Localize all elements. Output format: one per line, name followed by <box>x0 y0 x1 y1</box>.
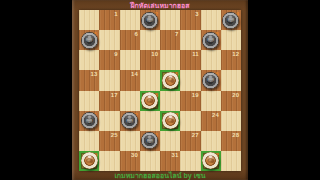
square-4[interactable]: 4⛂ <box>221 10 241 30</box>
square-number: 10 <box>151 51 158 57</box>
square-number: 14 <box>131 71 138 77</box>
square-number: 27 <box>192 132 199 138</box>
square-number: 19 <box>192 92 199 98</box>
square-26[interactable]: 26⛂ <box>140 131 160 151</box>
square-5[interactable]: 5⛂ <box>79 30 99 50</box>
white-man-square-23[interactable]: ⛀ <box>162 112 179 129</box>
square-6[interactable]: 6 <box>120 30 140 50</box>
square-number: 17 <box>111 92 118 98</box>
square-8[interactable]: 8⛂ <box>201 30 221 50</box>
square-32[interactable]: 32⛀ <box>201 151 221 171</box>
board: 12⛂34⛂5⛂678⛂9101112131415⛀16⛂1718⛀192021… <box>79 10 241 171</box>
square-29[interactable]: 29⛀ <box>79 151 99 171</box>
square-24[interactable]: 24 <box>201 111 221 131</box>
black-man-square-21[interactable]: ⛂ <box>81 112 98 129</box>
light-square <box>221 70 241 90</box>
light-square <box>160 10 180 30</box>
square-2[interactable]: 2⛂ <box>140 10 160 30</box>
light-square <box>99 70 119 90</box>
square-number: 6 <box>134 31 137 37</box>
square-number: 20 <box>232 92 239 98</box>
square-18[interactable]: 18⛀ <box>140 91 160 111</box>
square-23[interactable]: 23⛀ <box>160 111 180 131</box>
light-square <box>221 30 241 50</box>
square-11[interactable]: 11 <box>180 50 200 70</box>
square-3[interactable]: 3 <box>180 10 200 30</box>
square-27[interactable]: 27 <box>180 131 200 151</box>
square-7[interactable]: 7 <box>160 30 180 50</box>
light-square <box>120 131 140 151</box>
white-man-square-18[interactable]: ⛀ <box>141 92 158 109</box>
white-man-square-32[interactable]: ⛀ <box>202 152 219 169</box>
black-man-square-2[interactable]: ⛂ <box>141 12 158 29</box>
light-square <box>79 131 99 151</box>
light-square <box>140 30 160 50</box>
page-title: ฝึกหัดเล่นหมากฮอส <box>72 1 248 10</box>
light-square <box>120 10 140 30</box>
square-number: 31 <box>172 152 179 158</box>
light-square <box>140 151 160 171</box>
square-30[interactable]: 30 <box>120 151 140 171</box>
square-9[interactable]: 9 <box>99 50 119 70</box>
black-man-square-4[interactable]: ⛂ <box>222 12 239 29</box>
light-square <box>140 111 160 131</box>
light-square <box>201 50 221 70</box>
light-square <box>221 111 241 131</box>
light-square <box>221 151 241 171</box>
square-20[interactable]: 20 <box>221 91 241 111</box>
light-square <box>160 50 180 70</box>
square-13[interactable]: 13 <box>79 70 99 90</box>
board-wood-frame: ฝึกหัดเล่นหมากฮอส 12⛂34⛂5⛂678⛂9101112131… <box>72 0 248 180</box>
light-square <box>79 91 99 111</box>
square-number: 3 <box>195 11 198 17</box>
square-number: 24 <box>212 112 219 118</box>
credit-text: เกมหมากฮอสออนไลน์ by เซน <box>72 171 248 180</box>
light-square <box>201 91 221 111</box>
light-square <box>99 30 119 50</box>
white-man-square-15[interactable]: ⛀ <box>162 72 179 89</box>
square-number: 25 <box>111 132 118 138</box>
square-10[interactable]: 10 <box>140 50 160 70</box>
square-17[interactable]: 17 <box>99 91 119 111</box>
light-square <box>120 50 140 70</box>
square-number: 7 <box>175 31 178 37</box>
black-man-square-22[interactable]: ⛂ <box>121 112 138 129</box>
light-square <box>201 10 221 30</box>
light-square <box>120 91 140 111</box>
light-square <box>180 70 200 90</box>
square-1[interactable]: 1 <box>99 10 119 30</box>
black-man-square-8[interactable]: ⛂ <box>202 32 219 49</box>
square-25[interactable]: 25 <box>99 131 119 151</box>
square-number: 30 <box>131 152 138 158</box>
light-square <box>99 111 119 131</box>
square-31[interactable]: 31 <box>160 151 180 171</box>
light-square <box>79 10 99 30</box>
light-square <box>79 50 99 70</box>
square-16[interactable]: 16⛂ <box>201 70 221 90</box>
black-man-square-5[interactable]: ⛂ <box>81 32 98 49</box>
square-number: 12 <box>232 51 239 57</box>
square-19[interactable]: 19 <box>180 91 200 111</box>
square-number: 1 <box>114 11 117 17</box>
square-14[interactable]: 14 <box>120 70 140 90</box>
square-number: 28 <box>232 132 239 138</box>
square-number: 9 <box>114 51 117 57</box>
light-square <box>160 131 180 151</box>
square-28[interactable]: 28 <box>221 131 241 151</box>
square-number: 11 <box>192 51 198 57</box>
video-frame: ฝึกหัดเล่นหมากฮอส 12⛂34⛂5⛂678⛂9101112131… <box>0 0 320 180</box>
light-square <box>201 131 221 151</box>
light-square <box>180 30 200 50</box>
light-square <box>140 70 160 90</box>
black-man-square-16[interactable]: ⛂ <box>202 72 219 89</box>
white-man-square-29[interactable]: ⛀ <box>81 152 98 169</box>
square-21[interactable]: 21⛂ <box>79 111 99 131</box>
square-12[interactable]: 12 <box>221 50 241 70</box>
light-square <box>180 111 200 131</box>
light-square <box>99 151 119 171</box>
square-15[interactable]: 15⛀ <box>160 70 180 90</box>
square-22[interactable]: 22⛂ <box>120 111 140 131</box>
black-man-square-26[interactable]: ⛂ <box>141 132 158 149</box>
square-number: 13 <box>91 71 98 77</box>
light-square <box>160 91 180 111</box>
light-square <box>180 151 200 171</box>
